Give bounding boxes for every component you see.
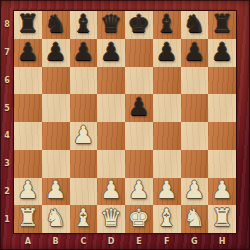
piece-black-pawn[interactable]: ♟ (184, 40, 206, 64)
piece-white-pawn[interactable]: ♟ (184, 178, 206, 202)
piece-white-pawn[interactable]: ♟ (100, 178, 122, 202)
piece-white-pawn[interactable]: ♟ (156, 178, 178, 202)
square-b2[interactable]: ♟ (42, 178, 70, 206)
square-a8[interactable]: ♜ (14, 11, 42, 39)
file-label-f: F (153, 233, 181, 250)
rank-label-1: 1 (0, 205, 14, 233)
square-f1[interactable]: ♝ (153, 205, 181, 233)
square-f2[interactable]: ♟ (153, 178, 181, 206)
square-a7[interactable]: ♟ (14, 39, 42, 67)
square-d2[interactable]: ♟ (97, 178, 125, 206)
square-h2[interactable]: ♟ (208, 178, 236, 206)
square-h7[interactable]: ♟ (208, 39, 236, 67)
piece-black-pawn[interactable]: ♟ (211, 40, 233, 64)
square-f7[interactable]: ♟ (153, 39, 181, 67)
square-b7[interactable]: ♟ (42, 39, 70, 67)
square-d7[interactable]: ♟ (97, 39, 125, 67)
file-labels: ABCDEFGH (14, 233, 236, 250)
piece-black-bishop[interactable]: ♝ (156, 12, 178, 36)
square-a1[interactable]: ♜ (14, 205, 42, 233)
square-h8[interactable]: ♜ (208, 11, 236, 39)
piece-black-knight[interactable]: ♞ (45, 12, 67, 36)
file-label-c: C (70, 233, 98, 250)
square-g4[interactable] (181, 122, 209, 150)
square-a6[interactable] (14, 67, 42, 95)
square-e6[interactable] (125, 67, 153, 95)
square-d5[interactable] (97, 94, 125, 122)
square-f6[interactable] (153, 67, 181, 95)
square-h4[interactable] (208, 122, 236, 150)
square-e2[interactable]: ♟ (125, 178, 153, 206)
square-g7[interactable]: ♟ (181, 39, 209, 67)
square-b4[interactable] (42, 122, 70, 150)
square-g1[interactable]: ♞ (181, 205, 209, 233)
rank-label-8: 8 (0, 11, 14, 39)
piece-white-pawn[interactable]: ♟ (128, 178, 150, 202)
piece-black-pawn[interactable]: ♟ (156, 40, 178, 64)
piece-black-pawn[interactable]: ♟ (100, 40, 122, 64)
piece-white-queen[interactable]: ♛ (100, 206, 122, 230)
rank-label-4: 4 (0, 122, 14, 150)
square-c7[interactable]: ♟ (70, 39, 98, 67)
piece-white-bishop[interactable]: ♝ (156, 206, 178, 230)
square-a4[interactable] (14, 122, 42, 150)
piece-black-rook[interactable]: ♜ (211, 12, 233, 36)
square-e5[interactable]: ♟ (125, 94, 153, 122)
square-d4[interactable] (97, 122, 125, 150)
square-b5[interactable] (42, 94, 70, 122)
rank-labels: 87654321 (0, 11, 14, 233)
file-label-d: D (97, 233, 125, 250)
square-b8[interactable]: ♞ (42, 11, 70, 39)
rank-label-7: 7 (0, 39, 14, 67)
square-e3[interactable] (125, 150, 153, 178)
rank-label-6: 6 (0, 67, 14, 95)
piece-black-rook[interactable]: ♜ (17, 12, 39, 36)
square-a2[interactable]: ♟ (14, 178, 42, 206)
square-d3[interactable] (97, 150, 125, 178)
file-label-g: G (181, 233, 209, 250)
square-f5[interactable] (153, 94, 181, 122)
square-g5[interactable] (181, 94, 209, 122)
square-c1[interactable]: ♝ (70, 205, 98, 233)
square-f3[interactable] (153, 150, 181, 178)
piece-white-pawn[interactable]: ♟ (17, 178, 39, 202)
square-c3[interactable] (70, 150, 98, 178)
file-label-e: E (125, 233, 153, 250)
square-c2[interactable] (70, 178, 98, 206)
square-d6[interactable] (97, 67, 125, 95)
square-e7[interactable] (125, 39, 153, 67)
square-b1[interactable]: ♞ (42, 205, 70, 233)
square-e8[interactable]: ♚ (125, 11, 153, 39)
piece-white-rook[interactable]: ♜ (211, 206, 233, 230)
piece-white-pawn[interactable]: ♟ (73, 123, 95, 147)
square-c8[interactable]: ♝ (70, 11, 98, 39)
square-e4[interactable] (125, 122, 153, 150)
piece-white-pawn[interactable]: ♟ (45, 178, 67, 202)
piece-black-pawn[interactable]: ♟ (17, 40, 39, 64)
chess-board[interactable]: ♜♞♝♛♚♝♞♜♟♟♟♟♟♟♟♟♟♟♟♟♟♟♟♟♜♞♝♛♚♝♞♜ (14, 11, 236, 233)
piece-black-pawn[interactable]: ♟ (73, 40, 95, 64)
piece-black-king[interactable]: ♚ (128, 12, 150, 36)
piece-white-knight[interactable]: ♞ (184, 206, 206, 230)
square-b3[interactable] (42, 150, 70, 178)
square-a5[interactable] (14, 94, 42, 122)
piece-white-knight[interactable]: ♞ (45, 206, 67, 230)
piece-black-pawn[interactable]: ♟ (128, 95, 150, 119)
square-h6[interactable] (208, 67, 236, 95)
piece-white-king[interactable]: ♚ (128, 206, 150, 230)
square-c5[interactable] (70, 94, 98, 122)
square-f4[interactable] (153, 122, 181, 150)
square-d1[interactable]: ♛ (97, 205, 125, 233)
square-a3[interactable] (14, 150, 42, 178)
square-c4[interactable]: ♟ (70, 122, 98, 150)
square-h5[interactable] (208, 94, 236, 122)
rank-label-3: 3 (0, 150, 14, 178)
square-e1[interactable]: ♚ (125, 205, 153, 233)
piece-black-bishop[interactable]: ♝ (73, 12, 95, 36)
square-g2[interactable]: ♟ (181, 178, 209, 206)
rank-label-5: 5 (0, 94, 14, 122)
board-frame: 87654321 ABCDEFGH ♜♞♝♛♚♝♞♜♟♟♟♟♟♟♟♟♟♟♟♟♟♟… (0, 0, 250, 250)
file-label-a: A (14, 233, 42, 250)
piece-white-rook[interactable]: ♜ (17, 206, 39, 230)
square-g6[interactable] (181, 67, 209, 95)
piece-white-bishop[interactable]: ♝ (73, 206, 95, 230)
piece-black-pawn[interactable]: ♟ (45, 40, 67, 64)
file-label-b: B (42, 233, 70, 250)
rank-label-2: 2 (0, 178, 14, 206)
square-d8[interactable]: ♛ (97, 11, 125, 39)
square-g3[interactable] (181, 150, 209, 178)
square-f8[interactable]: ♝ (153, 11, 181, 39)
file-label-h: H (208, 233, 236, 250)
piece-black-knight[interactable]: ♞ (184, 12, 206, 36)
piece-black-queen[interactable]: ♛ (100, 12, 122, 36)
square-h3[interactable] (208, 150, 236, 178)
piece-white-pawn[interactable]: ♟ (211, 178, 233, 202)
square-b6[interactable] (42, 67, 70, 95)
square-h1[interactable]: ♜ (208, 205, 236, 233)
square-c6[interactable] (70, 67, 98, 95)
square-g8[interactable]: ♞ (181, 11, 209, 39)
